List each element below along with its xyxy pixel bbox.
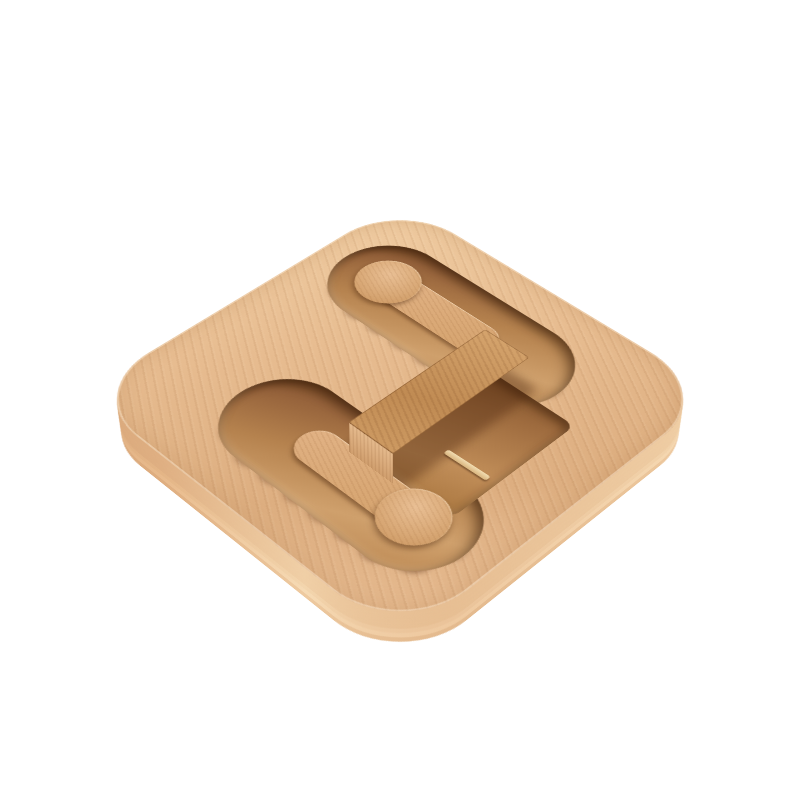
product-photo-stage <box>0 0 800 800</box>
scene <box>0 0 800 800</box>
puzzle-board <box>82 201 718 643</box>
